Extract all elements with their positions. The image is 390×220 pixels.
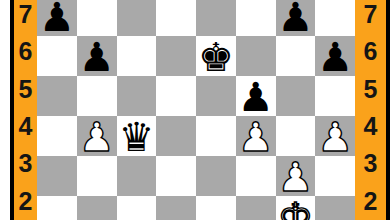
square-e4[interactable] [196, 116, 236, 156]
square-e7[interactable] [196, 0, 236, 36]
black-pawn-icon[interactable]: ♟ [39, 0, 75, 37]
square-a2[interactable] [37, 196, 77, 220]
square-f6[interactable] [236, 36, 276, 76]
black-queen-icon[interactable]: ♛ [118, 117, 154, 157]
white-pawn-icon[interactable]: ♟ [238, 117, 274, 157]
square-a4[interactable] [37, 116, 77, 156]
square-g4[interactable] [276, 116, 316, 156]
square-f3[interactable] [236, 156, 276, 196]
chess-diagram: 765432 765432 ♟♟♟♚♟♟♟♛♟♟♟♚ [0, 0, 390, 220]
square-g3[interactable]: ♟ [276, 156, 316, 196]
square-c4[interactable]: ♛ [117, 116, 157, 156]
square-g6[interactable] [276, 36, 316, 76]
rank-label-right-5: 5 [355, 71, 386, 108]
rank-label-right-2: 2 [355, 183, 386, 220]
right-rank-labels: 765432 [355, 0, 386, 220]
square-g2[interactable]: ♚ [276, 196, 316, 220]
white-pawn-icon[interactable]: ♟ [79, 117, 115, 157]
chessboard: ♟♟♟♚♟♟♟♛♟♟♟♚ [37, 0, 355, 220]
rank-label-right-4: 4 [355, 108, 386, 145]
rank-label-left-6: 6 [14, 33, 37, 70]
square-h5[interactable] [315, 76, 355, 116]
square-b7[interactable] [77, 0, 117, 36]
square-b5[interactable] [77, 76, 117, 116]
rank-label-left-5: 5 [14, 71, 37, 108]
square-e2[interactable] [196, 196, 236, 220]
square-h3[interactable] [315, 156, 355, 196]
square-a5[interactable] [37, 76, 77, 116]
rank-label-left-4: 4 [14, 108, 37, 145]
square-e6[interactable]: ♚ [196, 36, 236, 76]
rank-label-right-7: 7 [355, 0, 386, 33]
left-rank-strip: 765432 [10, 0, 37, 220]
square-h6[interactable]: ♟ [315, 36, 355, 76]
square-d3[interactable] [156, 156, 196, 196]
black-pawn-icon[interactable]: ♟ [79, 37, 115, 77]
white-pawn-icon[interactable]: ♟ [317, 117, 353, 157]
square-a7[interactable]: ♟ [37, 0, 77, 36]
square-b2[interactable] [77, 196, 117, 220]
rank-label-right-3: 3 [355, 145, 386, 182]
square-c3[interactable] [117, 156, 157, 196]
rank-label-left-2: 2 [14, 183, 37, 220]
square-a6[interactable] [37, 36, 77, 76]
square-b4[interactable]: ♟ [77, 116, 117, 156]
square-b6[interactable]: ♟ [77, 36, 117, 76]
black-pawn-icon[interactable]: ♟ [238, 77, 274, 117]
square-h4[interactable]: ♟ [315, 116, 355, 156]
white-king-icon[interactable]: ♚ [277, 197, 313, 220]
square-e3[interactable] [196, 156, 236, 196]
rank-label-left-7: 7 [14, 0, 37, 33]
black-pawn-icon[interactable]: ♟ [277, 0, 313, 37]
rank-label-left-3: 3 [14, 145, 37, 182]
square-c2[interactable] [117, 196, 157, 220]
black-king-icon[interactable]: ♚ [198, 37, 234, 77]
left-rank-labels: 765432 [14, 0, 37, 220]
square-f5[interactable]: ♟ [236, 76, 276, 116]
square-a3[interactable] [37, 156, 77, 196]
square-d2[interactable] [156, 196, 196, 220]
square-c7[interactable] [117, 0, 157, 36]
square-d6[interactable] [156, 36, 196, 76]
square-g5[interactable] [276, 76, 316, 116]
square-d4[interactable] [156, 116, 196, 156]
square-c6[interactable] [117, 36, 157, 76]
rank-label-right-6: 6 [355, 33, 386, 70]
square-h2[interactable] [315, 196, 355, 220]
square-e5[interactable] [196, 76, 236, 116]
square-b3[interactable] [77, 156, 117, 196]
square-d7[interactable] [156, 0, 196, 36]
white-pawn-icon[interactable]: ♟ [277, 157, 313, 197]
square-d5[interactable] [156, 76, 196, 116]
square-h7[interactable] [315, 0, 355, 36]
square-f4[interactable]: ♟ [236, 116, 276, 156]
square-g7[interactable]: ♟ [276, 0, 316, 36]
square-f7[interactable] [236, 0, 276, 36]
square-f2[interactable] [236, 196, 276, 220]
black-pawn-icon[interactable]: ♟ [317, 37, 353, 77]
square-c5[interactable] [117, 76, 157, 116]
right-rank-strip: 765432 [355, 0, 390, 220]
